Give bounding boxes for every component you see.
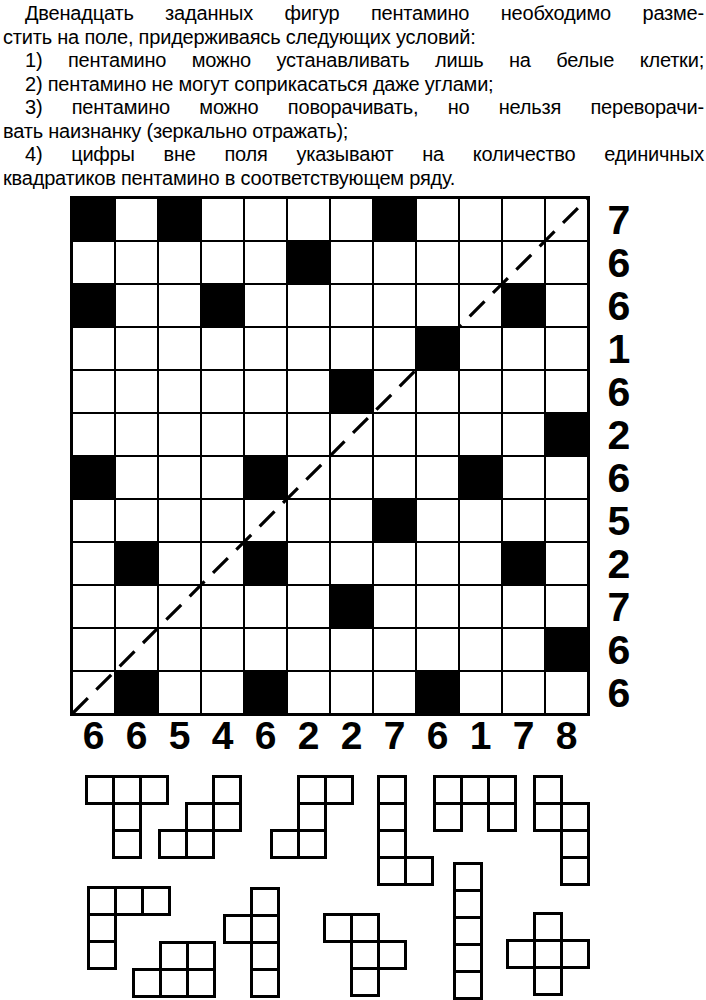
pentomino-cell xyxy=(453,943,483,973)
pentomino-cell xyxy=(250,941,280,971)
pentomino-cell xyxy=(453,916,483,946)
pentomino-cell xyxy=(250,914,280,944)
pentomino-cell xyxy=(159,968,189,998)
pentomino-cell xyxy=(560,856,590,886)
pentomino-cell xyxy=(560,939,590,969)
pentomino-cell xyxy=(186,968,216,998)
pentomino-cell xyxy=(560,802,590,832)
pentomino-cell xyxy=(112,802,142,832)
pentomino-cell xyxy=(185,802,215,832)
pentomino-cell xyxy=(297,775,327,805)
pentomino-cell xyxy=(186,941,216,971)
pentomino-cell xyxy=(404,856,434,886)
pentomino-cell xyxy=(87,940,117,970)
pentomino-cell xyxy=(487,775,517,805)
pentomino-cell xyxy=(377,829,407,859)
pentomino-cell xyxy=(87,913,117,943)
puzzle-page: Двенадцать заданных фигур пентамино необ… xyxy=(0,0,706,1000)
pentomino-cell xyxy=(350,940,380,970)
pentomino-cell xyxy=(453,970,483,1000)
pentomino-cell xyxy=(533,912,563,942)
pentomino-cell xyxy=(158,829,188,859)
pentomino-cell xyxy=(350,913,380,943)
pentomino-cell xyxy=(533,939,563,969)
pentomino-cell xyxy=(112,829,142,859)
pentomino-cell xyxy=(460,775,490,805)
pentomino-cell xyxy=(85,775,115,805)
pentomino-cell xyxy=(323,913,353,943)
pentomino-cell xyxy=(506,939,536,969)
pentomino-cell xyxy=(533,966,563,996)
pentomino-cell xyxy=(212,802,242,832)
pentomino-cell xyxy=(250,887,280,917)
pentomino-cell xyxy=(560,829,590,859)
pentomino-cell xyxy=(185,829,215,859)
pentomino-cell xyxy=(453,862,483,892)
pentomino-cell xyxy=(377,940,407,970)
pentomino-cell xyxy=(533,802,563,832)
pentomino-cell xyxy=(132,968,162,998)
pentomino-cell xyxy=(297,802,327,832)
pentomino-cell xyxy=(139,775,169,805)
pentomino-cell xyxy=(377,802,407,832)
pentomino-cell xyxy=(141,886,171,916)
pentomino-tray xyxy=(0,0,706,1000)
pentomino-cell xyxy=(433,775,463,805)
pentomino-cell xyxy=(377,775,407,805)
pentomino-cell xyxy=(324,775,354,805)
pentomino-cell xyxy=(270,829,300,859)
pentomino-cell xyxy=(453,889,483,919)
pentomino-cell xyxy=(487,802,517,832)
pentomino-cell xyxy=(377,856,407,886)
pentomino-cell xyxy=(114,886,144,916)
pentomino-cell xyxy=(533,775,563,805)
pentomino-cell xyxy=(212,775,242,805)
pentomino-cell xyxy=(433,802,463,832)
pentomino-cell xyxy=(87,886,117,916)
pentomino-cell xyxy=(112,775,142,805)
pentomino-cell xyxy=(297,829,327,859)
pentomino-cell xyxy=(223,914,253,944)
pentomino-cell xyxy=(350,967,380,997)
pentomino-cell xyxy=(159,941,189,971)
pentomino-cell xyxy=(250,968,280,998)
